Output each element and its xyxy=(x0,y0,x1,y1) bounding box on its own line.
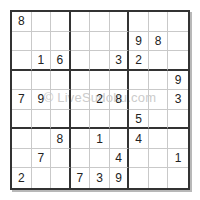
cell-r1c1: 8 xyxy=(12,12,32,32)
cell-r6c9[interactable] xyxy=(168,110,188,130)
cell-r1c5[interactable] xyxy=(90,12,110,32)
cell-r1c7[interactable] xyxy=(129,12,149,32)
cell-r5c8[interactable] xyxy=(149,90,169,110)
cell-r4c8[interactable] xyxy=(149,71,169,91)
cell-r2c2[interactable] xyxy=(32,32,52,52)
cell-r8c6: 4 xyxy=(110,149,130,169)
cell-r7c8[interactable] xyxy=(149,129,169,149)
cell-r9c5: 3 xyxy=(90,168,110,188)
cell-r2c1[interactable] xyxy=(12,32,32,52)
cell-r8c3[interactable] xyxy=(51,149,71,169)
sudoku-page: © LiveSudoku.com 89816329792835814741273… xyxy=(0,0,200,200)
cell-r3c4[interactable] xyxy=(71,51,91,71)
cell-r2c5[interactable] xyxy=(90,32,110,52)
cell-r4c4[interactable] xyxy=(71,71,91,91)
cell-r4c2[interactable] xyxy=(32,71,52,91)
cell-r5c6: 8 xyxy=(110,90,130,110)
cell-r1c4[interactable] xyxy=(71,12,91,32)
cell-r3c3: 6 xyxy=(51,51,71,71)
cell-r3c1[interactable] xyxy=(12,51,32,71)
cell-r6c4[interactable] xyxy=(71,110,91,130)
cell-r2c4[interactable] xyxy=(71,32,91,52)
cell-r6c3[interactable] xyxy=(51,110,71,130)
cell-r8c7[interactable] xyxy=(129,149,149,169)
cell-r5c3[interactable] xyxy=(51,90,71,110)
cell-r3c6: 3 xyxy=(110,51,130,71)
cell-r4c5[interactable] xyxy=(90,71,110,91)
cell-r3c9[interactable] xyxy=(168,51,188,71)
cell-r9c6: 9 xyxy=(110,168,130,188)
cell-r3c2: 1 xyxy=(32,51,52,71)
cell-r6c2[interactable] xyxy=(32,110,52,130)
cell-r1c6[interactable] xyxy=(110,12,130,32)
cell-r4c9: 9 xyxy=(168,71,188,91)
cell-r1c2[interactable] xyxy=(32,12,52,32)
cell-r5c5: 2 xyxy=(90,90,110,110)
cell-r6c8[interactable] xyxy=(149,110,169,130)
cell-r3c5[interactable] xyxy=(90,51,110,71)
cell-r3c8[interactable] xyxy=(149,51,169,71)
cell-r7c9[interactable] xyxy=(168,129,188,149)
cell-r5c1: 7 xyxy=(12,90,32,110)
cell-r7c7: 4 xyxy=(129,129,149,149)
cell-r6c5[interactable] xyxy=(90,110,110,130)
cell-r1c9[interactable] xyxy=(168,12,188,32)
cell-r5c4[interactable] xyxy=(71,90,91,110)
cell-r6c6[interactable] xyxy=(110,110,130,130)
cell-r9c8[interactable] xyxy=(149,168,169,188)
cell-r8c1[interactable] xyxy=(12,149,32,169)
cell-r7c1[interactable] xyxy=(12,129,32,149)
cell-r9c2[interactable] xyxy=(32,168,52,188)
cell-r2c8: 8 xyxy=(149,32,169,52)
cell-r9c7[interactable] xyxy=(129,168,149,188)
cell-r6c1[interactable] xyxy=(12,110,32,130)
cell-r2c6[interactable] xyxy=(110,32,130,52)
cell-r4c7[interactable] xyxy=(129,71,149,91)
cell-r2c9[interactable] xyxy=(168,32,188,52)
cell-r7c4[interactable] xyxy=(71,129,91,149)
cell-r6c7: 5 xyxy=(129,110,149,130)
cell-r5c9: 3 xyxy=(168,90,188,110)
cell-r4c6[interactable] xyxy=(110,71,130,91)
cell-r7c3: 8 xyxy=(51,129,71,149)
cell-r5c2: 9 xyxy=(32,90,52,110)
cell-r4c3[interactable] xyxy=(51,71,71,91)
cell-r8c2: 7 xyxy=(32,149,52,169)
cell-r7c6[interactable] xyxy=(110,129,130,149)
cell-r9c4: 7 xyxy=(71,168,91,188)
sudoku-board: © LiveSudoku.com 89816329792835814741273… xyxy=(10,10,190,190)
cell-r1c3[interactable] xyxy=(51,12,71,32)
cell-r4c1[interactable] xyxy=(12,71,32,91)
cell-r9c1: 2 xyxy=(12,168,32,188)
cell-r8c5[interactable] xyxy=(90,149,110,169)
cell-r9c3[interactable] xyxy=(51,168,71,188)
cell-r8c4[interactable] xyxy=(71,149,91,169)
cell-r1c8[interactable] xyxy=(149,12,169,32)
cell-r2c7: 9 xyxy=(129,32,149,52)
cell-r9c9[interactable] xyxy=(168,168,188,188)
cell-r2c3[interactable] xyxy=(51,32,71,52)
cell-r5c7[interactable] xyxy=(129,90,149,110)
cell-r7c5: 1 xyxy=(90,129,110,149)
cell-r8c8[interactable] xyxy=(149,149,169,169)
cell-r8c9: 1 xyxy=(168,149,188,169)
cell-r3c7: 2 xyxy=(129,51,149,71)
cell-r7c2[interactable] xyxy=(32,129,52,149)
